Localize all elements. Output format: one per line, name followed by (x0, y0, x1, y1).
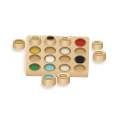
cup-top-recess (94, 41, 100, 44)
board-hole (73, 64, 85, 72)
board-cell-r1c2[interactable] (43, 38, 58, 47)
cup-top-recess (59, 74, 67, 77)
board-cup[interactable] (30, 35, 41, 45)
board-hole (59, 55, 71, 63)
board-cell-r1c1[interactable] (28, 37, 43, 46)
cup-top-recess (62, 37, 68, 40)
board-hole (29, 55, 41, 63)
board-grid (28, 37, 88, 73)
yellow-dot (31, 47, 40, 54)
board-cell-r1c4[interactable] (73, 38, 88, 47)
board-hole (74, 47, 86, 55)
board-cell-r2c1[interactable] (28, 46, 43, 55)
cup-top (60, 36, 71, 41)
cup-top-recess (95, 51, 103, 54)
cup-left-yellow-top[interactable] (13, 39, 25, 50)
cream-dot (60, 65, 69, 72)
yellow-cup-top-dot (15, 40, 23, 43)
board-cell-r3c1[interactable] (28, 54, 43, 63)
cup-front-plain[interactable] (57, 73, 70, 85)
teal-dot (45, 64, 54, 71)
board-cell-r4c1[interactable] (28, 63, 43, 72)
cup-top (93, 50, 106, 56)
cream-dot (60, 48, 69, 55)
board-cell-r1c3[interactable] (58, 38, 73, 47)
cup-top (57, 73, 70, 79)
cup-top (42, 74, 56, 80)
game-board (25, 35, 89, 78)
board-cell-r4c3[interactable] (57, 63, 72, 72)
board-hole (44, 46, 56, 54)
cup-right-front[interactable] (93, 50, 106, 62)
cup-right-back[interactable] (92, 40, 103, 50)
black-dot (75, 56, 84, 63)
white-dot (45, 56, 54, 63)
board-cell-r4c2[interactable] (42, 63, 57, 72)
board-cell-r3c2[interactable] (43, 55, 58, 64)
board-cell-r3c4[interactable] (72, 55, 87, 64)
green-dot (31, 64, 40, 71)
cup-top (92, 40, 103, 45)
teal-cup-top-dot (44, 75, 53, 79)
cup-top-recess (32, 36, 38, 39)
board-cup[interactable] (60, 36, 71, 46)
board-cell-r2c2[interactable] (43, 46, 58, 55)
board-cell-r2c4[interactable] (72, 47, 87, 56)
brown-cup-top-dot (47, 36, 54, 39)
board-cell-r2c3[interactable] (58, 47, 73, 56)
cup-top (13, 39, 25, 44)
board-cell-r3c3[interactable] (57, 55, 72, 64)
scene (0, 0, 120, 120)
cup-top (45, 36, 56, 41)
board-cup-brown-top[interactable] (45, 36, 56, 46)
red-dot (75, 39, 84, 46)
cup-top (30, 35, 41, 40)
cup-front-teal-top[interactable] (42, 74, 56, 87)
board-cell-r4c4[interactable] (72, 64, 87, 73)
